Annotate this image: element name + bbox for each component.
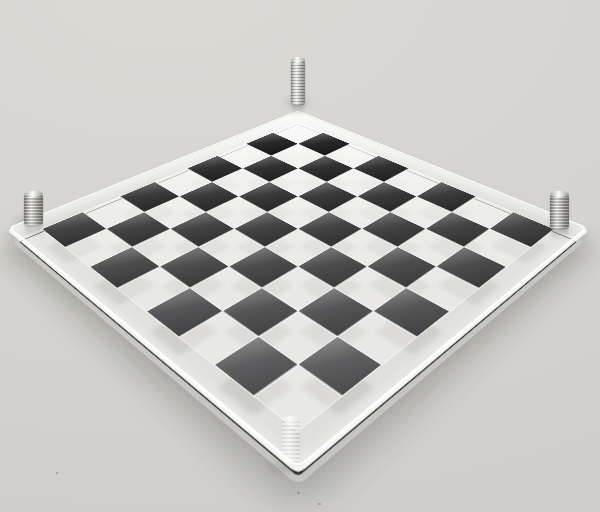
acrylic-plate — [8, 110, 588, 469]
photo-stage — [0, 0, 600, 512]
standoff-foot-far — [291, 60, 305, 105]
chessboard-grid — [42, 122, 553, 430]
acrylic-chessboard — [8, 111, 588, 470]
standoff-foot-left — [24, 194, 43, 225]
standoff-foot-right — [550, 194, 569, 229]
